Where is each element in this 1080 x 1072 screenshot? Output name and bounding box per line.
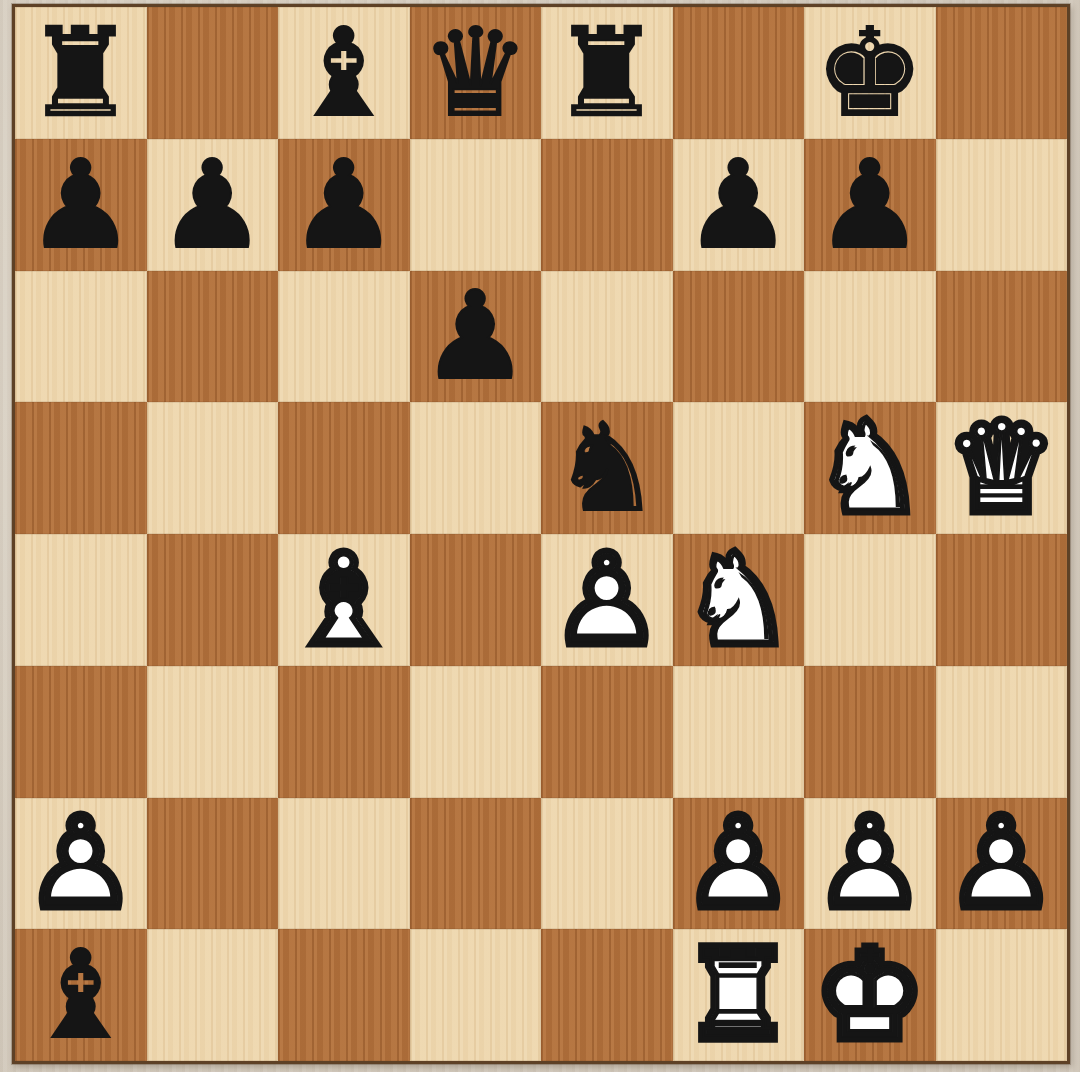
square-c3[interactable] <box>278 666 410 798</box>
board-frame: ♜♝♛♜♚♟♟♟♟♟♟♞♞♞♘♛♛♕♝♝♗♟♟♙♞♞♘♟♟♙♟♟♙♟♟♙♟♟♙♝… <box>12 4 1070 1064</box>
square-b8[interactable] <box>147 7 279 139</box>
black-pawn-glyph: ♟ <box>804 144 936 266</box>
square-d6[interactable]: ♟ <box>410 271 542 403</box>
square-d5[interactable] <box>410 402 542 534</box>
square-b3[interactable] <box>147 666 279 798</box>
square-a4[interactable] <box>15 534 147 666</box>
square-f8[interactable] <box>673 7 805 139</box>
square-d3[interactable] <box>410 666 542 798</box>
black-king-glyph: ♚ <box>804 12 936 134</box>
black-pawn-glyph: ♟ <box>147 144 279 266</box>
square-g4[interactable] <box>804 534 936 666</box>
piece-a8-black-rook[interactable]: ♜ <box>15 7 147 139</box>
piece-g5-white-knight[interactable]: ♞♞♘ <box>804 402 936 534</box>
black-pawn-glyph: ♟ <box>278 144 410 266</box>
piece-c7-black-pawn[interactable]: ♟ <box>278 139 410 271</box>
square-b7[interactable]: ♟ <box>147 139 279 271</box>
square-g1[interactable]: ♚♚♔ <box>804 929 936 1061</box>
square-e7[interactable] <box>541 139 673 271</box>
square-c2[interactable] <box>278 798 410 930</box>
piece-d6-black-pawn[interactable]: ♟ <box>410 271 542 403</box>
square-b1[interactable] <box>147 929 279 1061</box>
square-c6[interactable] <box>278 271 410 403</box>
black-queen-glyph: ♛ <box>410 12 542 134</box>
square-f3[interactable] <box>673 666 805 798</box>
piece-f2-white-pawn[interactable]: ♟♟♙ <box>673 798 805 930</box>
square-e8[interactable]: ♜ <box>541 7 673 139</box>
piece-c4-white-bishop[interactable]: ♝♝♗ <box>278 534 410 666</box>
square-g5[interactable]: ♞♞♘ <box>804 402 936 534</box>
black-bishop-glyph: ♝ <box>278 12 410 134</box>
piece-a7-black-pawn[interactable]: ♟ <box>15 139 147 271</box>
square-f4[interactable]: ♞♞♘ <box>673 534 805 666</box>
square-f2[interactable]: ♟♟♙ <box>673 798 805 930</box>
white-knight-glyph: ♘ <box>673 539 805 661</box>
piece-a1-black-bishop[interactable]: ♝ <box>15 929 147 1061</box>
square-f7[interactable]: ♟ <box>673 139 805 271</box>
square-a3[interactable] <box>15 666 147 798</box>
square-h3[interactable] <box>936 666 1068 798</box>
square-f6[interactable] <box>673 271 805 403</box>
square-g8[interactable]: ♚ <box>804 7 936 139</box>
piece-f7-black-pawn[interactable]: ♟ <box>673 139 805 271</box>
square-e6[interactable] <box>541 271 673 403</box>
white-queen-glyph: ♕ <box>936 407 1068 529</box>
square-e3[interactable] <box>541 666 673 798</box>
square-h8[interactable] <box>936 7 1068 139</box>
square-c4[interactable]: ♝♝♗ <box>278 534 410 666</box>
black-rook-glyph: ♜ <box>541 12 673 134</box>
square-e5[interactable]: ♞ <box>541 402 673 534</box>
piece-g8-black-king[interactable]: ♚ <box>804 7 936 139</box>
piece-h2-white-pawn[interactable]: ♟♟♙ <box>936 798 1068 930</box>
piece-c8-black-bishop[interactable]: ♝ <box>278 7 410 139</box>
piece-e8-black-rook[interactable]: ♜ <box>541 7 673 139</box>
square-d2[interactable] <box>410 798 542 930</box>
black-rook-glyph: ♜ <box>15 12 147 134</box>
piece-a2-white-pawn[interactable]: ♟♟♙ <box>15 798 147 930</box>
black-pawn-glyph: ♟ <box>410 275 542 397</box>
piece-h5-white-queen[interactable]: ♛♛♕ <box>936 402 1068 534</box>
black-knight-glyph: ♞ <box>541 407 673 529</box>
square-a7[interactable]: ♟ <box>15 139 147 271</box>
square-g7[interactable]: ♟ <box>804 139 936 271</box>
square-d7[interactable] <box>410 139 542 271</box>
white-pawn-glyph: ♙ <box>936 802 1068 924</box>
square-g6[interactable] <box>804 271 936 403</box>
piece-g2-white-pawn[interactable]: ♟♟♙ <box>804 798 936 930</box>
square-h5[interactable]: ♛♛♕ <box>936 402 1068 534</box>
black-pawn-glyph: ♟ <box>673 144 805 266</box>
square-d8[interactable]: ♛ <box>410 7 542 139</box>
square-h1[interactable] <box>936 929 1068 1061</box>
square-c1[interactable] <box>278 929 410 1061</box>
white-pawn-glyph: ♙ <box>804 802 936 924</box>
piece-g7-black-pawn[interactable]: ♟ <box>804 139 936 271</box>
chess-board: ♜♝♛♜♚♟♟♟♟♟♟♞♞♞♘♛♛♕♝♝♗♟♟♙♞♞♘♟♟♙♟♟♙♟♟♙♟♟♙♝… <box>15 7 1067 1061</box>
square-a5[interactable] <box>15 402 147 534</box>
white-pawn-glyph: ♙ <box>541 539 673 661</box>
square-a1[interactable]: ♝ <box>15 929 147 1061</box>
square-a2[interactable]: ♟♟♙ <box>15 798 147 930</box>
square-e1[interactable] <box>541 929 673 1061</box>
square-f1[interactable]: ♜♜♖ <box>673 929 805 1061</box>
square-e2[interactable] <box>541 798 673 930</box>
square-h6[interactable] <box>936 271 1068 403</box>
square-c8[interactable]: ♝ <box>278 7 410 139</box>
square-b4[interactable] <box>147 534 279 666</box>
square-c5[interactable] <box>278 402 410 534</box>
piece-f1-white-rook[interactable]: ♜♜♖ <box>673 929 805 1061</box>
white-bishop-glyph: ♗ <box>278 539 410 661</box>
square-b5[interactable] <box>147 402 279 534</box>
piece-b7-black-pawn[interactable]: ♟ <box>147 139 279 271</box>
square-d4[interactable] <box>410 534 542 666</box>
square-g2[interactable]: ♟♟♙ <box>804 798 936 930</box>
square-h4[interactable] <box>936 534 1068 666</box>
square-h7[interactable] <box>936 139 1068 271</box>
white-king-glyph: ♔ <box>804 934 936 1056</box>
square-e4[interactable]: ♟♟♙ <box>541 534 673 666</box>
black-bishop-glyph: ♝ <box>15 934 147 1056</box>
square-a6[interactable] <box>15 271 147 403</box>
square-g3[interactable] <box>804 666 936 798</box>
piece-e5-black-knight[interactable]: ♞ <box>541 402 673 534</box>
piece-g1-white-king[interactable]: ♚♚♔ <box>804 929 936 1061</box>
white-pawn-glyph: ♙ <box>15 802 147 924</box>
square-b6[interactable] <box>147 271 279 403</box>
white-pawn-glyph: ♙ <box>673 802 805 924</box>
square-b2[interactable] <box>147 798 279 930</box>
piece-d8-black-queen[interactable]: ♛ <box>410 7 542 139</box>
square-c7[interactable]: ♟ <box>278 139 410 271</box>
piece-e4-white-pawn[interactable]: ♟♟♙ <box>541 534 673 666</box>
square-h2[interactable]: ♟♟♙ <box>936 798 1068 930</box>
piece-f4-white-knight[interactable]: ♞♞♘ <box>673 534 805 666</box>
white-knight-glyph: ♘ <box>804 407 936 529</box>
square-a8[interactable]: ♜ <box>15 7 147 139</box>
black-pawn-glyph: ♟ <box>15 144 147 266</box>
square-d1[interactable] <box>410 929 542 1061</box>
square-f5[interactable] <box>673 402 805 534</box>
white-rook-glyph: ♖ <box>673 934 805 1056</box>
